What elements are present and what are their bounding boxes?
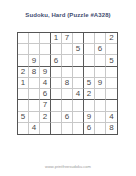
cell-r8c3[interactable]: 2: [40, 112, 51, 123]
cell-r5c7[interactable]: 5: [84, 78, 95, 89]
cell-r2c1[interactable]: [18, 44, 29, 55]
cell-r5c6[interactable]: [73, 78, 84, 89]
cell-r7c7[interactable]: [84, 100, 95, 111]
cell-r2c9[interactable]: [106, 44, 117, 55]
cell-r1c7[interactable]: [84, 33, 95, 44]
cell-r6c6[interactable]: 4: [73, 89, 84, 100]
cell-r2c4[interactable]: [51, 44, 62, 55]
cell-r6c3[interactable]: 6: [40, 89, 51, 100]
cell-r3c3[interactable]: [40, 55, 51, 66]
cell-r3c6[interactable]: [73, 55, 84, 66]
cell-r5c4[interactable]: [51, 78, 62, 89]
cell-r9c8[interactable]: [95, 123, 106, 134]
cell-r3c2[interactable]: 9: [29, 55, 40, 66]
cell-r7c9[interactable]: [106, 100, 117, 111]
cell-r2c8[interactable]: 6: [95, 44, 106, 55]
cell-r2c3[interactable]: [40, 44, 51, 55]
cell-r5c2[interactable]: [29, 78, 40, 89]
cell-r9c4[interactable]: [51, 123, 62, 134]
cell-r7c2[interactable]: [29, 100, 40, 111]
cell-r5c8[interactable]: 9: [95, 78, 106, 89]
cell-r7c8[interactable]: [95, 100, 106, 111]
cell-r9c1[interactable]: [18, 123, 29, 134]
cell-r3c7[interactable]: [84, 55, 95, 66]
cell-r1c2[interactable]: [29, 33, 40, 44]
cell-r8c9[interactable]: 4: [106, 112, 117, 123]
cell-r2c2[interactable]: [29, 44, 40, 55]
cell-r2c7[interactable]: [84, 44, 95, 55]
cell-r6c8[interactable]: [95, 89, 106, 100]
cell-r4c4[interactable]: [51, 67, 62, 78]
cell-r7c6[interactable]: [73, 100, 84, 111]
cell-r8c7[interactable]: 9: [84, 112, 95, 123]
cell-r6c5[interactable]: [62, 89, 73, 100]
cell-r7c1[interactable]: [18, 100, 29, 111]
cell-r4c5[interactable]: [62, 67, 73, 78]
cell-r1c8[interactable]: [95, 33, 106, 44]
cell-r1c1[interactable]: [18, 33, 29, 44]
cell-r9c5[interactable]: [62, 123, 73, 134]
sudoku-grid: 1725696528914859642752694468: [17, 32, 118, 135]
cell-r7c5[interactable]: [62, 100, 73, 111]
cell-r3c5[interactable]: [62, 55, 73, 66]
cell-r3c4[interactable]: 6: [51, 55, 62, 66]
cell-r6c7[interactable]: 2: [84, 89, 95, 100]
cell-r5c3[interactable]: 4: [40, 78, 51, 89]
cell-r1c9[interactable]: 2: [106, 33, 117, 44]
cell-r1c6[interactable]: [73, 33, 84, 44]
cell-r8c4[interactable]: [51, 112, 62, 123]
cell-r6c1[interactable]: [18, 89, 29, 100]
cell-r9c2[interactable]: 4: [29, 123, 40, 134]
cell-r8c1[interactable]: 5: [18, 112, 29, 123]
cell-r5c1[interactable]: 1: [18, 78, 29, 89]
cell-r5c9[interactable]: [106, 78, 117, 89]
cell-r4c8[interactable]: [95, 67, 106, 78]
cell-r4c1[interactable]: 2: [18, 67, 29, 78]
footer-url: www.printfreesudoku.com: [0, 164, 136, 169]
cell-r4c9[interactable]: [106, 67, 117, 78]
cell-r9c9[interactable]: 8: [106, 123, 117, 134]
puzzle-title: Sudoku, Hard (Puzzle #A328): [0, 12, 136, 18]
cell-r8c5[interactable]: 6: [62, 112, 73, 123]
cell-r2c6[interactable]: 5: [73, 44, 84, 55]
cell-r9c7[interactable]: 6: [84, 123, 95, 134]
cell-r6c2[interactable]: [29, 89, 40, 100]
cell-r4c2[interactable]: 8: [29, 67, 40, 78]
cell-r8c2[interactable]: [29, 112, 40, 123]
cell-r9c3[interactable]: [40, 123, 51, 134]
cell-r6c4[interactable]: [51, 89, 62, 100]
cell-r8c8[interactable]: [95, 112, 106, 123]
cell-r9c6[interactable]: [73, 123, 84, 134]
cell-r2c5[interactable]: [62, 44, 73, 55]
cell-r3c9[interactable]: 5: [106, 55, 117, 66]
cell-r4c6[interactable]: [73, 67, 84, 78]
cell-r4c3[interactable]: 9: [40, 67, 51, 78]
puzzle-page: Sudoku, Hard (Puzzle #A328) 172569652891…: [0, 0, 136, 176]
cell-r5c5[interactable]: 8: [62, 78, 73, 89]
cell-r1c5[interactable]: 7: [62, 33, 73, 44]
cell-r7c4[interactable]: [51, 100, 62, 111]
cell-r3c1[interactable]: [18, 55, 29, 66]
cell-r6c9[interactable]: [106, 89, 117, 100]
cell-r7c3[interactable]: 7: [40, 100, 51, 111]
cell-r1c4[interactable]: 1: [51, 33, 62, 44]
cell-r4c7[interactable]: [84, 67, 95, 78]
cell-r8c6[interactable]: [73, 112, 84, 123]
cell-r1c3[interactable]: [40, 33, 51, 44]
cell-r3c8[interactable]: [95, 55, 106, 66]
